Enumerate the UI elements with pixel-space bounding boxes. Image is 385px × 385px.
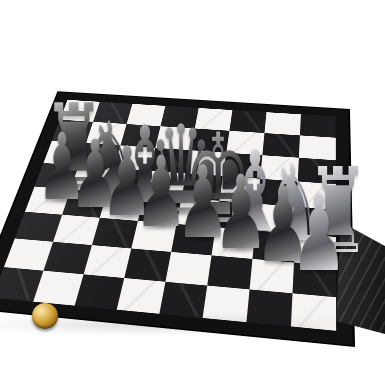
- drawer-knob: [32, 303, 58, 329]
- square-c3: [92, 218, 138, 249]
- square-e2: [165, 252, 211, 286]
- square-h5: [297, 181, 336, 209]
- square-d5: [144, 171, 186, 198]
- square-f2: [207, 255, 252, 289]
- square-d4: [138, 195, 182, 224]
- square-g6: [260, 155, 299, 181]
- square-g2: [250, 259, 294, 293]
- square-e4: [176, 198, 219, 227]
- square-g5: [258, 179, 298, 207]
- square-h2: [292, 262, 336, 297]
- square-f7: [226, 131, 264, 155]
- square-f3: [212, 227, 256, 259]
- square-f8: [229, 110, 266, 133]
- square-e8: [195, 108, 233, 131]
- square-f4: [216, 201, 258, 231]
- square-h4: [295, 207, 336, 237]
- square-h8: [300, 114, 336, 137]
- square-d2: [124, 248, 171, 281]
- square-f5: [219, 176, 260, 204]
- square-c2: [84, 245, 132, 278]
- square-d3: [131, 221, 176, 252]
- square-g7: [262, 133, 300, 158]
- square-c8: [127, 104, 166, 126]
- square-g4: [255, 204, 296, 234]
- square-g8: [264, 112, 300, 135]
- square-d8: [160, 106, 198, 129]
- square-h6: [298, 158, 336, 185]
- square-h3: [294, 234, 336, 266]
- product-photo-stage: ♜♞♟♝♟♛♟♚♟♝♟♞♟♜♟♟: [0, 0, 385, 385]
- square-c6: [114, 145, 155, 170]
- square-e6: [186, 150, 226, 176]
- square-c7: [120, 124, 160, 148]
- square-d7: [155, 126, 194, 150]
- square-c5: [107, 168, 150, 195]
- square-d6: [150, 148, 191, 174]
- square-e5: [181, 173, 222, 200]
- square-e1: [159, 282, 207, 318]
- square-f6: [223, 153, 262, 179]
- square-g3: [252, 230, 295, 262]
- square-c4: [100, 192, 144, 221]
- square-h7: [299, 135, 336, 160]
- square-d1: [117, 278, 166, 314]
- board-grid: [0, 100, 336, 331]
- square-e7: [191, 128, 230, 152]
- square-e3: [171, 224, 215, 255]
